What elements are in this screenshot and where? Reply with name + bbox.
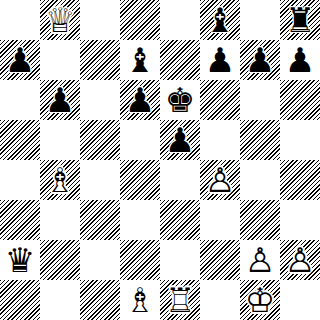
square-a2[interactable]: ♛ <box>0 240 40 280</box>
black-pawn-d6: ♟ <box>120 80 160 120</box>
square-h5[interactable] <box>280 120 320 160</box>
black-bishop-f8: ♝ <box>200 0 240 40</box>
square-c8[interactable] <box>80 0 120 40</box>
square-h1[interactable] <box>280 280 320 320</box>
square-d6[interactable]: ♟ <box>120 80 160 120</box>
square-e5[interactable]: ♟ <box>160 120 200 160</box>
square-g2[interactable]: ♟♙ <box>240 240 280 280</box>
white-pawn-g2: ♙ <box>240 240 280 280</box>
square-g5[interactable] <box>240 120 280 160</box>
square-h3[interactable] <box>280 200 320 240</box>
square-a7[interactable]: ♟ <box>0 40 40 80</box>
square-e2[interactable] <box>160 240 200 280</box>
square-d2[interactable] <box>120 240 160 280</box>
square-c7[interactable] <box>80 40 120 80</box>
white-queen-b8: ♕ <box>40 0 80 40</box>
square-f3[interactable] <box>200 200 240 240</box>
black-pawn-f7: ♟ <box>200 40 240 80</box>
white-rook-e1: ♖ <box>160 280 200 320</box>
square-f1[interactable] <box>200 280 240 320</box>
square-b6[interactable]: ♟ <box>40 80 80 120</box>
square-g1[interactable]: ♚♔ <box>240 280 280 320</box>
square-b3[interactable] <box>40 200 80 240</box>
square-a5[interactable] <box>0 120 40 160</box>
square-c1[interactable] <box>80 280 120 320</box>
square-d5[interactable] <box>120 120 160 160</box>
black-pawn-a7: ♟ <box>0 40 40 80</box>
square-h2[interactable]: ♟♙ <box>280 240 320 280</box>
square-a1[interactable] <box>0 280 40 320</box>
square-g7[interactable]: ♟ <box>240 40 280 80</box>
square-e3[interactable] <box>160 200 200 240</box>
black-rook-h8: ♜ <box>280 0 320 40</box>
square-d8[interactable] <box>120 0 160 40</box>
square-b2[interactable] <box>40 240 80 280</box>
square-a8[interactable] <box>0 0 40 40</box>
square-f6[interactable] <box>200 80 240 120</box>
square-d3[interactable] <box>120 200 160 240</box>
square-b4[interactable]: ♝♗ <box>40 160 80 200</box>
square-c3[interactable] <box>80 200 120 240</box>
black-pawn-g7: ♟ <box>240 40 280 80</box>
square-a4[interactable] <box>0 160 40 200</box>
square-f7[interactable]: ♟ <box>200 40 240 80</box>
chess-board: ♛♕♝♜♟♝♟♟♟♟♟♚♟♝♗♟♙♛♟♙♟♙♝♗♜♖♚♔ <box>0 0 320 320</box>
square-b1[interactable] <box>40 280 80 320</box>
square-a6[interactable] <box>0 80 40 120</box>
white-bishop-b4: ♗ <box>40 160 80 200</box>
square-h8[interactable]: ♜ <box>280 0 320 40</box>
square-g8[interactable] <box>240 0 280 40</box>
square-b7[interactable] <box>40 40 80 80</box>
square-e4[interactable] <box>160 160 200 200</box>
square-e1[interactable]: ♜♖ <box>160 280 200 320</box>
square-g3[interactable] <box>240 200 280 240</box>
square-f2[interactable] <box>200 240 240 280</box>
square-c5[interactable] <box>80 120 120 160</box>
square-f8[interactable]: ♝ <box>200 0 240 40</box>
black-pawn-h7: ♟ <box>280 40 320 80</box>
square-b5[interactable] <box>40 120 80 160</box>
square-d4[interactable] <box>120 160 160 200</box>
square-c2[interactable] <box>80 240 120 280</box>
square-d1[interactable]: ♝♗ <box>120 280 160 320</box>
square-h7[interactable]: ♟ <box>280 40 320 80</box>
square-b8[interactable]: ♛♕ <box>40 0 80 40</box>
black-bishop-d7: ♝ <box>120 40 160 80</box>
square-f5[interactable] <box>200 120 240 160</box>
square-f4[interactable]: ♟♙ <box>200 160 240 200</box>
square-d7[interactable]: ♝ <box>120 40 160 80</box>
square-e7[interactable] <box>160 40 200 80</box>
black-pawn-e5: ♟ <box>160 120 200 160</box>
square-a3[interactable] <box>0 200 40 240</box>
square-h6[interactable] <box>280 80 320 120</box>
white-bishop-d1: ♗ <box>120 280 160 320</box>
white-pawn-h2: ♙ <box>280 240 320 280</box>
white-pawn-f4: ♙ <box>200 160 240 200</box>
square-c6[interactable] <box>80 80 120 120</box>
square-g4[interactable] <box>240 160 280 200</box>
black-pawn-b6: ♟ <box>40 80 80 120</box>
square-e8[interactable] <box>160 0 200 40</box>
square-g6[interactable] <box>240 80 280 120</box>
black-queen-a2: ♛ <box>0 240 40 280</box>
black-king-e6: ♚ <box>160 80 200 120</box>
white-king-g1: ♔ <box>240 280 280 320</box>
square-h4[interactable] <box>280 160 320 200</box>
square-c4[interactable] <box>80 160 120 200</box>
square-e6[interactable]: ♚ <box>160 80 200 120</box>
